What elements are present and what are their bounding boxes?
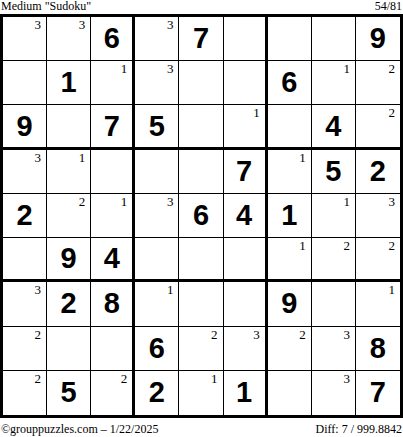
cell-r1c4[interactable]: 3 bbox=[135, 17, 179, 61]
pencil-mark: 2 bbox=[211, 328, 218, 341]
cell-value: 7 bbox=[356, 371, 400, 415]
difficulty-label: Diff: 7 / 999.8842 bbox=[316, 422, 403, 437]
cell-r9c5[interactable]: 1 bbox=[179, 371, 223, 415]
cell-r6c2[interactable]: 9 bbox=[47, 238, 91, 282]
pencil-mark: 1 bbox=[211, 372, 218, 385]
cell-value: 5 bbox=[135, 105, 178, 146]
pencil-mark: 3 bbox=[35, 283, 42, 296]
cell-r4c9[interactable]: 2 bbox=[356, 150, 400, 194]
cell-value: 6 bbox=[268, 61, 311, 104]
pencil-mark: 3 bbox=[388, 195, 395, 208]
cell-r1c9[interactable]: 9 bbox=[356, 17, 400, 61]
cell-value: 6 bbox=[135, 327, 178, 370]
cell-r5c3[interactable]: 1 bbox=[91, 194, 135, 238]
cell-r6c6[interactable] bbox=[224, 238, 268, 282]
cell-r2c3[interactable]: 1 bbox=[91, 61, 135, 105]
cell-r6c8[interactable]: 2 bbox=[312, 238, 356, 282]
cell-r9c1[interactable]: 2 bbox=[3, 371, 47, 415]
cell-r8c6[interactable]: 3 bbox=[224, 327, 268, 371]
cell-r7c8[interactable] bbox=[312, 282, 356, 326]
cell-r7c7[interactable]: 9 bbox=[268, 282, 312, 326]
cell-r8c7[interactable]: 2 bbox=[268, 327, 312, 371]
pencil-mark: 1 bbox=[299, 151, 306, 164]
cell-r7c5[interactable] bbox=[179, 282, 223, 326]
pencil-mark: 1 bbox=[299, 239, 306, 252]
pencil-mark: 1 bbox=[253, 106, 260, 119]
pencil-mark: 1 bbox=[167, 283, 174, 296]
cell-r5c2[interactable]: 2 bbox=[47, 194, 91, 238]
cell-r3c7[interactable] bbox=[268, 105, 312, 149]
cell-value: 2 bbox=[356, 150, 400, 193]
pencil-mark: 1 bbox=[343, 195, 350, 208]
pencil-mark: 3 bbox=[167, 62, 174, 75]
cell-value: 7 bbox=[224, 150, 265, 193]
pencil-mark: 1 bbox=[388, 283, 395, 296]
cell-r5c7[interactable]: 1 bbox=[268, 194, 312, 238]
pencil-mark: 3 bbox=[343, 372, 350, 385]
cell-r6c5[interactable] bbox=[179, 238, 223, 282]
cell-r7c2[interactable]: 2 bbox=[47, 282, 91, 326]
cell-r2c5[interactable] bbox=[179, 61, 223, 105]
cell-value: 1 bbox=[224, 371, 265, 415]
cell-r1c7[interactable] bbox=[268, 17, 312, 61]
pencil-mark: 2 bbox=[388, 106, 395, 119]
cell-r8c3[interactable] bbox=[91, 327, 135, 371]
cell-r3c8[interactable]: 4 bbox=[312, 105, 356, 149]
cell-r9c8[interactable]: 3 bbox=[312, 371, 356, 415]
cell-r8c5[interactable]: 2 bbox=[179, 327, 223, 371]
cell-r5c8[interactable]: 1 bbox=[312, 194, 356, 238]
cell-r2c6[interactable] bbox=[224, 61, 268, 105]
pencil-mark: 3 bbox=[167, 18, 174, 31]
cell-r3c2[interactable] bbox=[47, 105, 91, 149]
cell-r9c7[interactable] bbox=[268, 371, 312, 415]
pencil-mark: 3 bbox=[35, 18, 42, 31]
cell-r9c3[interactable]: 2 bbox=[91, 371, 135, 415]
pencil-mark: 3 bbox=[79, 18, 86, 31]
cell-r8c2[interactable] bbox=[47, 327, 91, 371]
cell-r4c3[interactable] bbox=[91, 150, 135, 194]
cell-value: 2 bbox=[47, 282, 90, 325]
pencil-mark: 3 bbox=[167, 195, 174, 208]
cell-r3c3[interactable]: 7 bbox=[91, 105, 135, 149]
cell-r2c4[interactable]: 3 bbox=[135, 61, 179, 105]
cell-r3c5[interactable] bbox=[179, 105, 223, 149]
cell-value: 1 bbox=[268, 194, 311, 237]
cell-r1c6[interactable] bbox=[224, 17, 268, 61]
cell-value: 9 bbox=[3, 105, 46, 146]
cell-r4c8[interactable]: 5 bbox=[312, 150, 356, 194]
pencil-mark: 2 bbox=[35, 372, 42, 385]
cell-value: 9 bbox=[268, 282, 311, 325]
pencil-mark: 1 bbox=[121, 62, 128, 75]
sudoku-page: Medium "Sudoku" 54/81 336379113612975142… bbox=[0, 0, 403, 437]
header: Medium "Sudoku" 54/81 bbox=[0, 0, 403, 14]
cell-value: 4 bbox=[312, 105, 355, 146]
cell-r3c6[interactable]: 1 bbox=[224, 105, 268, 149]
pencil-mark: 3 bbox=[253, 328, 260, 341]
cell-value: 6 bbox=[179, 194, 222, 237]
pencil-mark: 2 bbox=[388, 239, 395, 252]
cell-r4c6[interactable]: 7 bbox=[224, 150, 268, 194]
cell-r4c7[interactable]: 1 bbox=[268, 150, 312, 194]
copyright: ©grouppuzzles.com – 1/22/2025 bbox=[0, 422, 158, 437]
cell-value: 8 bbox=[91, 282, 132, 325]
pencil-mark: 2 bbox=[121, 372, 128, 385]
cell-r5c6[interactable]: 4 bbox=[224, 194, 268, 238]
cell-value: 4 bbox=[224, 194, 265, 237]
cell-r5c5[interactable]: 6 bbox=[179, 194, 223, 238]
progress-counter: 54/81 bbox=[375, 0, 403, 13]
cell-r8c8[interactable]: 3 bbox=[312, 327, 356, 371]
pencil-mark: 3 bbox=[343, 328, 350, 341]
cell-r9c6[interactable]: 1 bbox=[224, 371, 268, 415]
cell-r1c1[interactable]: 3 bbox=[3, 17, 47, 61]
cell-r5c1[interactable]: 2 bbox=[3, 194, 47, 238]
cell-value: 2 bbox=[3, 194, 46, 237]
cell-value: 5 bbox=[47, 371, 90, 415]
pencil-mark: 2 bbox=[388, 62, 395, 75]
cell-r7c1[interactable]: 3 bbox=[3, 282, 47, 326]
cell-r2c1[interactable] bbox=[3, 61, 47, 105]
cell-value: 9 bbox=[356, 17, 400, 60]
pencil-mark: 2 bbox=[343, 239, 350, 252]
cell-r6c7[interactable]: 1 bbox=[268, 238, 312, 282]
page-title: Medium "Sudoku" bbox=[0, 0, 91, 13]
cell-value: 6 bbox=[91, 17, 132, 60]
cell-value: 9 bbox=[47, 238, 90, 279]
pencil-mark: 1 bbox=[79, 151, 86, 164]
cell-r4c4[interactable] bbox=[135, 150, 179, 194]
cell-r5c4[interactable]: 3 bbox=[135, 194, 179, 238]
cell-r6c1[interactable] bbox=[3, 238, 47, 282]
cell-r7c9[interactable]: 1 bbox=[356, 282, 400, 326]
cell-r8c9[interactable]: 8 bbox=[356, 327, 400, 371]
cell-r9c9[interactable]: 7 bbox=[356, 371, 400, 415]
cell-r8c1[interactable]: 2 bbox=[3, 327, 47, 371]
cell-r1c8[interactable] bbox=[312, 17, 356, 61]
cell-r3c9[interactable]: 2 bbox=[356, 105, 400, 149]
cell-r4c2[interactable]: 1 bbox=[47, 150, 91, 194]
cell-r1c3[interactable]: 6 bbox=[91, 17, 135, 61]
cell-r8c4[interactable]: 6 bbox=[135, 327, 179, 371]
cell-r6c3[interactable]: 4 bbox=[91, 238, 135, 282]
cell-value: 1 bbox=[47, 61, 90, 104]
cell-r2c2[interactable]: 1 bbox=[47, 61, 91, 105]
cell-value: 8 bbox=[356, 327, 400, 370]
cell-r7c6[interactable] bbox=[224, 282, 268, 326]
cell-value: 7 bbox=[91, 105, 132, 146]
cell-r4c5[interactable] bbox=[179, 150, 223, 194]
cell-r2c7[interactable]: 6 bbox=[268, 61, 312, 105]
cell-r6c9[interactable]: 2 bbox=[356, 238, 400, 282]
cell-r7c3[interactable]: 8 bbox=[91, 282, 135, 326]
cell-value: 7 bbox=[179, 17, 222, 60]
cell-r2c9[interactable]: 2 bbox=[356, 61, 400, 105]
cell-r3c1[interactable]: 9 bbox=[3, 105, 47, 149]
cell-value: 4 bbox=[91, 238, 132, 279]
pencil-mark: 3 bbox=[35, 151, 42, 164]
pencil-mark: 1 bbox=[343, 62, 350, 75]
cell-r6c4[interactable] bbox=[135, 238, 179, 282]
pencil-mark: 2 bbox=[35, 328, 42, 341]
cell-r7c4[interactable]: 1 bbox=[135, 282, 179, 326]
footer: ©grouppuzzles.com – 1/22/2025 Diff: 7 / … bbox=[0, 419, 403, 437]
cell-r9c4[interactable]: 2 bbox=[135, 371, 179, 415]
cell-value: 2 bbox=[135, 371, 178, 415]
cell-r1c5[interactable]: 7 bbox=[179, 17, 223, 61]
cell-r5c9[interactable]: 3 bbox=[356, 194, 400, 238]
cell-value: 5 bbox=[312, 150, 355, 193]
sudoku-board: 3363791136129751423171522213641139412232… bbox=[0, 14, 403, 418]
pencil-mark: 2 bbox=[79, 195, 86, 208]
cell-r4c1[interactable]: 3 bbox=[3, 150, 47, 194]
pencil-mark: 2 bbox=[299, 328, 306, 341]
pencil-mark: 1 bbox=[121, 195, 128, 208]
cell-r2c8[interactable]: 1 bbox=[312, 61, 356, 105]
cell-r1c2[interactable]: 3 bbox=[47, 17, 91, 61]
cell-r9c2[interactable]: 5 bbox=[47, 371, 91, 415]
cell-r3c4[interactable]: 5 bbox=[135, 105, 179, 149]
